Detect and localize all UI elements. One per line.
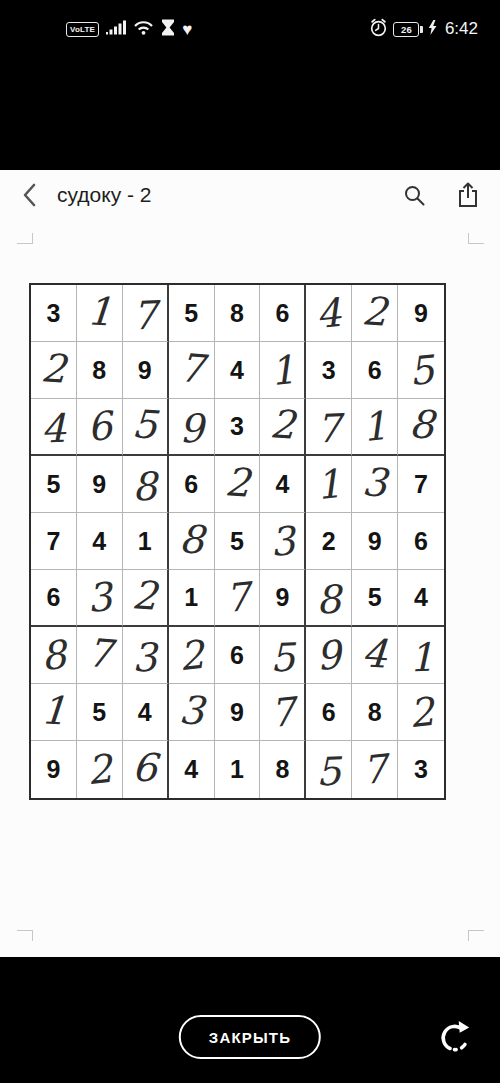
volte-badge: VoLTE bbox=[66, 22, 99, 37]
given-digit: 6 bbox=[184, 472, 198, 497]
crop-corner-top-right bbox=[468, 233, 484, 244]
sudoku-cell-r9c1: 9 bbox=[31, 741, 77, 798]
sudoku-cell-r1c5: 8 bbox=[215, 285, 261, 342]
sudoku-cell-r6c8: 5 bbox=[352, 570, 398, 627]
handwritten-digit: 6 bbox=[85, 406, 114, 447]
sudoku-cell-r4c9: 7 bbox=[398, 456, 444, 513]
photo-viewer-content: судоку - 2 317586429289 bbox=[0, 170, 500, 957]
handwritten-digit: 2 bbox=[177, 634, 206, 675]
top-black-area: VoLTE bbox=[0, 0, 500, 170]
sudoku-cell-r7c1: 8 bbox=[31, 627, 77, 684]
sudoku-cell-r5c3: 1 bbox=[123, 513, 169, 570]
sudoku-cell-r8c7: 6 bbox=[306, 684, 352, 741]
heart-icon: ♥ bbox=[182, 21, 192, 38]
back-icon[interactable] bbox=[20, 182, 40, 208]
given-digit: 4 bbox=[230, 358, 244, 383]
close-button[interactable]: ЗАКРЫТЬ bbox=[179, 1015, 321, 1059]
charging-bolt-icon bbox=[428, 20, 437, 39]
handwritten-digit: 2 bbox=[407, 691, 436, 732]
handwritten-digit: 9 bbox=[314, 634, 343, 675]
sudoku-cell-r7c3: 3 bbox=[123, 627, 169, 684]
battery-percent: 26 bbox=[393, 22, 419, 37]
sudoku-cell-r7c6: 5 bbox=[260, 627, 306, 684]
handwritten-digit: 2 bbox=[85, 749, 114, 790]
given-digit: 6 bbox=[230, 643, 244, 668]
sudoku-cell-r9c5: 1 bbox=[215, 741, 261, 798]
battery-nub bbox=[420, 26, 423, 33]
sudoku-cell-r2c7: 3 bbox=[306, 342, 352, 399]
sudoku-cell-r8c3: 4 bbox=[123, 684, 169, 741]
sudoku-cell-r4c4: 6 bbox=[169, 456, 215, 513]
sudoku-cell-r7c5: 6 bbox=[215, 627, 261, 684]
sudoku-cell-r4c7: 1 bbox=[306, 456, 352, 513]
status-bar: VoLTE bbox=[0, 14, 500, 44]
handwritten-digit: 4 bbox=[314, 292, 343, 333]
handwritten-digit: 3 bbox=[268, 520, 297, 561]
sudoku-cell-r7c9: 1 bbox=[398, 627, 444, 684]
handwritten-digit: 7 bbox=[223, 577, 252, 618]
given-digit: 5 bbox=[46, 472, 60, 497]
sudoku-cell-r8c9: 2 bbox=[398, 684, 444, 741]
handwritten-digit: 8 bbox=[407, 404, 434, 445]
sudoku-cell-r3c8: 1 bbox=[352, 399, 398, 456]
app-bar: судоку - 2 bbox=[0, 170, 500, 220]
handwritten-digit: 4 bbox=[40, 409, 66, 449]
wifi-icon bbox=[133, 19, 154, 39]
sudoku-cell-r8c6: 7 bbox=[260, 684, 306, 741]
sudoku-cell-r5c9: 6 bbox=[398, 513, 444, 570]
sudoku-cell-r7c8: 4 bbox=[352, 627, 398, 684]
given-digit: 9 bbox=[230, 700, 244, 725]
given-digit: 7 bbox=[414, 472, 428, 497]
sudoku-cell-r2c4: 7 bbox=[169, 342, 215, 399]
sudoku-cell-r4c8: 3 bbox=[352, 456, 398, 513]
given-digit: 4 bbox=[138, 700, 152, 725]
handwritten-digit: 3 bbox=[85, 577, 114, 618]
given-digit: 5 bbox=[368, 585, 382, 610]
handwritten-digit: 7 bbox=[177, 348, 204, 389]
given-digit: 8 bbox=[92, 358, 106, 383]
sudoku-cell-r1c2: 1 bbox=[77, 285, 123, 342]
sudoku-cell-r5c7: 2 bbox=[306, 513, 352, 570]
given-digit: 8 bbox=[230, 301, 244, 326]
share-icon[interactable] bbox=[456, 182, 480, 208]
sudoku-cell-r6c3: 2 bbox=[123, 570, 169, 627]
sudoku-cell-r5c4: 8 bbox=[169, 513, 215, 570]
sudoku-cell-r1c7: 4 bbox=[306, 285, 352, 342]
sudoku-cell-r7c2: 7 bbox=[77, 627, 123, 684]
handwritten-digit: 5 bbox=[407, 349, 436, 390]
sudoku-cell-r1c4: 5 bbox=[169, 285, 215, 342]
sudoku-cell-r4c1: 5 bbox=[31, 456, 77, 513]
sudoku-cell-r3c2: 6 bbox=[77, 399, 123, 456]
sudoku-cell-r4c3: 8 bbox=[123, 456, 169, 513]
bottom-bar: ЗАКРЫТЬ bbox=[0, 957, 500, 1083]
sudoku-cell-r2c5: 4 bbox=[215, 342, 261, 399]
sudoku-cell-r2c1: 2 bbox=[31, 342, 77, 399]
given-digit: 9 bbox=[138, 358, 152, 383]
hourglass-icon bbox=[161, 19, 175, 40]
sudoku-cell-r6c1: 6 bbox=[31, 570, 77, 627]
sudoku-cell-r7c7: 9 bbox=[306, 627, 352, 684]
sudoku-cell-r5c8: 9 bbox=[352, 513, 398, 570]
sudoku-cell-r3c6: 2 bbox=[260, 399, 306, 456]
handwritten-digit: 1 bbox=[268, 349, 297, 390]
sudoku-cell-r4c5: 2 bbox=[215, 456, 261, 513]
signal-strength-icon bbox=[106, 20, 126, 39]
sudoku-cell-r7c4: 2 bbox=[169, 627, 215, 684]
sudoku-cell-r3c3: 5 bbox=[123, 399, 169, 456]
sudoku-cell-r5c1: 7 bbox=[31, 513, 77, 570]
handwritten-digit: 2 bbox=[269, 404, 296, 445]
handwritten-digit: 8 bbox=[316, 580, 342, 620]
handwritten-digit: 1 bbox=[314, 463, 343, 504]
clock-time: 6:42 bbox=[445, 19, 478, 39]
sudoku-cell-r9c4: 4 bbox=[169, 741, 215, 798]
sudoku-cell-r3c4: 9 bbox=[169, 399, 215, 456]
sudoku-cell-r2c6: 1 bbox=[260, 342, 306, 399]
handwritten-digit: 2 bbox=[223, 462, 250, 503]
sudoku-cell-r3c7: 7 bbox=[306, 399, 352, 456]
handwritten-digit: 4 bbox=[361, 633, 388, 674]
sudoku-cell-r5c6: 3 bbox=[260, 513, 306, 570]
sudoku-cell-r6c2: 3 bbox=[77, 570, 123, 627]
sudoku-cell-r8c2: 5 bbox=[77, 684, 123, 741]
sudoku-cell-r6c9: 4 bbox=[398, 570, 444, 627]
given-digit: 5 bbox=[230, 529, 244, 554]
crop-corner-bottom-left bbox=[17, 930, 33, 941]
given-digit: 1 bbox=[138, 529, 152, 554]
given-digit: 6 bbox=[414, 529, 428, 554]
alarm-clock-icon bbox=[369, 18, 388, 41]
sudoku-cell-r2c8: 6 bbox=[352, 342, 398, 399]
given-digit: 3 bbox=[414, 757, 428, 782]
sudoku-cell-r9c6: 8 bbox=[260, 741, 306, 798]
handwritten-digit: 8 bbox=[39, 634, 68, 675]
sudoku-cell-r9c8: 7 bbox=[352, 741, 398, 798]
sudoku-cell-r9c3: 6 bbox=[123, 741, 169, 798]
sudoku-cell-r1c8: 2 bbox=[352, 285, 398, 342]
sudoku-cell-r3c1: 4 bbox=[31, 399, 77, 456]
given-digit: 9 bbox=[368, 529, 382, 554]
sudoku-cell-r1c3: 7 bbox=[123, 285, 169, 342]
sudoku-cell-r8c4: 3 bbox=[169, 684, 215, 741]
handwritten-digit: 1 bbox=[86, 291, 113, 332]
given-digit: 2 bbox=[322, 529, 336, 554]
handwritten-digit: 7 bbox=[86, 633, 113, 674]
given-digit: 3 bbox=[46, 301, 60, 326]
sudoku-cell-r5c5: 5 bbox=[215, 513, 261, 570]
handwritten-digit: 2 bbox=[131, 575, 158, 616]
handwritten-digit: 3 bbox=[177, 690, 204, 731]
sudoku-cell-r9c2: 2 bbox=[77, 741, 123, 798]
handwritten-digit: 3 bbox=[132, 637, 158, 677]
handwritten-digit: 5 bbox=[269, 637, 295, 677]
sudoku-cell-r4c2: 9 bbox=[77, 456, 123, 513]
given-digit: 4 bbox=[184, 757, 198, 782]
sudoku-cell-r8c5: 9 bbox=[215, 684, 261, 741]
sudoku-cell-r1c9: 9 bbox=[398, 285, 444, 342]
sudoku-cell-r6c4: 1 bbox=[169, 570, 215, 627]
sudoku-cell-r2c9: 5 bbox=[398, 342, 444, 399]
sudoku-cell-r9c9: 3 bbox=[398, 741, 444, 798]
given-digit: 8 bbox=[275, 757, 289, 782]
rotate-icon[interactable] bbox=[435, 1012, 475, 1060]
handwritten-digit: 5 bbox=[131, 404, 158, 445]
search-icon[interactable] bbox=[403, 184, 426, 207]
given-digit: 1 bbox=[230, 757, 244, 782]
handwritten-digit: 8 bbox=[177, 519, 204, 560]
given-digit: 5 bbox=[184, 301, 198, 326]
given-digit: 1 bbox=[184, 585, 198, 610]
handwritten-digit: 1 bbox=[408, 637, 434, 677]
sudoku-cell-r2c3: 9 bbox=[123, 342, 169, 399]
given-digit: 6 bbox=[322, 700, 336, 725]
handwritten-digit: 1 bbox=[40, 690, 67, 731]
handwritten-digit: 8 bbox=[132, 466, 158, 506]
sudoku-cell-r1c6: 6 bbox=[260, 285, 306, 342]
given-digit: 9 bbox=[275, 585, 289, 610]
phone-screen: VoLTE bbox=[0, 0, 500, 1083]
sudoku-cell-r4c6: 4 bbox=[260, 456, 306, 513]
handwritten-digit: 7 bbox=[316, 409, 342, 449]
sudoku-cell-r3c9: 8 bbox=[398, 399, 444, 456]
status-bar-right: 26 6:42 bbox=[369, 18, 478, 41]
handwritten-digit: 1 bbox=[360, 406, 389, 447]
sudoku-cell-r2c2: 8 bbox=[77, 342, 123, 399]
handwritten-digit: 9 bbox=[178, 409, 204, 449]
handwritten-digit: 5 bbox=[316, 752, 342, 792]
handwritten-digit: 2 bbox=[40, 348, 67, 389]
handwritten-digit: 7 bbox=[360, 749, 389, 790]
crop-corner-top-left bbox=[17, 233, 33, 244]
sudoku-cell-r3c5: 3 bbox=[215, 399, 261, 456]
battery-icon: 26 bbox=[393, 22, 423, 37]
sudoku-cell-r6c6: 9 bbox=[260, 570, 306, 627]
crop-corner-bottom-right bbox=[468, 930, 484, 941]
sudoku-cell-r8c1: 1 bbox=[31, 684, 77, 741]
given-digit: 6 bbox=[46, 585, 60, 610]
given-digit: 3 bbox=[230, 414, 244, 439]
handwritten-digit: 3 bbox=[361, 462, 388, 503]
sudoku-cell-r6c7: 8 bbox=[306, 570, 352, 627]
sudoku-grid: 3175864292897413654659327185986241377418… bbox=[29, 283, 446, 800]
given-digit: 7 bbox=[46, 529, 60, 554]
given-digit: 4 bbox=[414, 585, 428, 610]
given-digit: 6 bbox=[275, 301, 289, 326]
handwritten-digit: 7 bbox=[268, 691, 297, 732]
handwritten-digit: 7 bbox=[132, 295, 158, 335]
sudoku-cell-r9c7: 5 bbox=[306, 741, 352, 798]
given-digit: 6 bbox=[368, 358, 382, 383]
given-digit: 4 bbox=[275, 472, 289, 497]
given-digit: 9 bbox=[92, 472, 106, 497]
given-digit: 9 bbox=[46, 757, 60, 782]
sudoku-cell-r6c5: 7 bbox=[215, 570, 261, 627]
handwritten-digit: 2 bbox=[361, 291, 388, 332]
page-title: судоку - 2 bbox=[57, 183, 403, 207]
given-digit: 4 bbox=[92, 529, 106, 554]
sudoku-cell-r5c2: 4 bbox=[77, 513, 123, 570]
given-digit: 8 bbox=[368, 700, 382, 725]
status-bar-left: VoLTE bbox=[66, 19, 192, 40]
given-digit: 3 bbox=[322, 358, 336, 383]
sudoku-cell-r1c1: 3 bbox=[31, 285, 77, 342]
handwritten-digit: 6 bbox=[131, 747, 158, 788]
sudoku-cell-r8c8: 8 bbox=[352, 684, 398, 741]
given-digit: 5 bbox=[92, 700, 106, 725]
given-digit: 9 bbox=[414, 301, 428, 326]
